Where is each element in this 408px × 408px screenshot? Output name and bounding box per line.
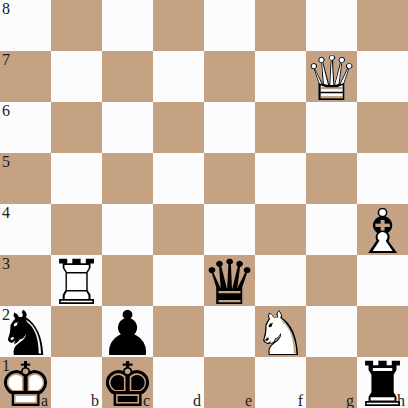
square-h6[interactable]	[357, 102, 408, 153]
square-f5[interactable]	[255, 153, 306, 204]
white-queen-icon: ♕	[306, 53, 357, 104]
square-b3[interactable]: ♜♖	[51, 255, 102, 306]
white-king-icon: ♔	[0, 359, 51, 408]
chess-board: 87♛♕654♝♗3♜♖♛2♞♟♞♘1a♚♔bc♚defgh♜	[0, 0, 408, 408]
black-rook-icon: ♜	[357, 359, 408, 408]
square-b8[interactable]	[51, 0, 102, 51]
piece-white-bishop-h4[interactable]: ♝♗	[357, 206, 408, 257]
file-label-b: b	[91, 393, 99, 408]
square-c6[interactable]	[102, 102, 153, 153]
square-d7[interactable]	[153, 51, 204, 102]
file-label-d: d	[193, 393, 201, 408]
square-c4[interactable]	[102, 204, 153, 255]
square-d8[interactable]	[153, 0, 204, 51]
black-king-icon: ♚	[102, 359, 153, 408]
square-g1[interactable]: g	[306, 357, 357, 408]
square-f8[interactable]	[255, 0, 306, 51]
square-e1[interactable]: e	[204, 357, 255, 408]
square-a4[interactable]: 4	[0, 204, 51, 255]
rank-label-5: 5	[2, 153, 10, 170]
square-g7[interactable]: ♛♕	[306, 51, 357, 102]
square-h1[interactable]: h♜	[357, 357, 408, 408]
piece-black-king-c1[interactable]: ♚	[102, 359, 153, 408]
piece-white-queen-g7[interactable]: ♛♕	[306, 53, 357, 104]
square-g2[interactable]	[306, 306, 357, 357]
square-h3[interactable]	[357, 255, 408, 306]
square-a8[interactable]: 8	[0, 0, 51, 51]
file-label-g: g	[346, 393, 354, 408]
square-d3[interactable]	[153, 255, 204, 306]
square-g3[interactable]	[306, 255, 357, 306]
square-d4[interactable]	[153, 204, 204, 255]
white-rook-icon: ♖	[51, 257, 102, 308]
square-f2[interactable]: ♞♘	[255, 306, 306, 357]
rank-label-7: 7	[2, 51, 10, 68]
square-a5[interactable]: 5	[0, 153, 51, 204]
square-b2[interactable]	[51, 306, 102, 357]
square-c5[interactable]	[102, 153, 153, 204]
square-f6[interactable]	[255, 102, 306, 153]
square-e6[interactable]	[204, 102, 255, 153]
square-b5[interactable]	[51, 153, 102, 204]
square-e3[interactable]: ♛	[204, 255, 255, 306]
piece-black-rook-h1[interactable]: ♜	[357, 359, 408, 408]
square-e8[interactable]	[204, 0, 255, 51]
square-c1[interactable]: c♚	[102, 357, 153, 408]
square-g5[interactable]	[306, 153, 357, 204]
square-f1[interactable]: f	[255, 357, 306, 408]
piece-white-rook-b3[interactable]: ♜♖	[51, 257, 102, 308]
piece-black-queen-e3[interactable]: ♛	[204, 257, 255, 308]
rank-label-3: 3	[2, 255, 10, 272]
square-d6[interactable]	[153, 102, 204, 153]
square-f4[interactable]	[255, 204, 306, 255]
square-f7[interactable]	[255, 51, 306, 102]
rank-label-6: 6	[2, 102, 10, 119]
square-d2[interactable]	[153, 306, 204, 357]
square-g6[interactable]	[306, 102, 357, 153]
square-e5[interactable]	[204, 153, 255, 204]
square-h4[interactable]: ♝♗	[357, 204, 408, 255]
white-knight-icon: ♘	[255, 308, 306, 359]
square-d5[interactable]	[153, 153, 204, 204]
piece-white-knight-f2[interactable]: ♞♘	[255, 308, 306, 359]
rank-label-8: 8	[2, 0, 10, 17]
square-b7[interactable]	[51, 51, 102, 102]
square-e7[interactable]	[204, 51, 255, 102]
rank-label-4: 4	[2, 204, 10, 221]
square-a1[interactable]: 1a♚♔	[0, 357, 51, 408]
square-b6[interactable]	[51, 102, 102, 153]
file-label-e: e	[245, 393, 252, 408]
piece-white-king-a1[interactable]: ♚♔	[0, 359, 51, 408]
square-g4[interactable]	[306, 204, 357, 255]
square-c8[interactable]	[102, 0, 153, 51]
square-h8[interactable]	[357, 0, 408, 51]
square-b1[interactable]: b	[51, 357, 102, 408]
square-a7[interactable]: 7	[0, 51, 51, 102]
file-label-f: f	[298, 393, 303, 408]
square-e2[interactable]	[204, 306, 255, 357]
square-a6[interactable]: 6	[0, 102, 51, 153]
square-h7[interactable]	[357, 51, 408, 102]
black-queen-icon: ♛	[204, 257, 255, 308]
square-c7[interactable]	[102, 51, 153, 102]
square-d1[interactable]: d	[153, 357, 204, 408]
white-bishop-icon: ♗	[357, 206, 408, 257]
